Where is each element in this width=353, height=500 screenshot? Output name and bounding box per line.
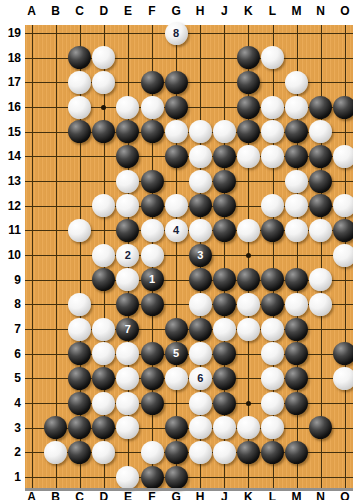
go-stone-white-D6 (92, 342, 115, 365)
go-stone-black-F1 (141, 466, 164, 489)
column-label-bottom-N: N (309, 490, 333, 500)
go-stone-white-E9 (116, 268, 139, 291)
go-stone-black-N14 (309, 145, 332, 168)
column-label-bottom-C: C (68, 490, 92, 500)
go-stone-white-L7 (261, 318, 284, 341)
go-stone-white-L15 (261, 120, 284, 143)
go-stone-white-E10: 2 (116, 244, 139, 267)
go-stone-white-D2 (92, 441, 115, 464)
go-stone-black-M5 (285, 367, 308, 390)
go-stone-black-N3 (309, 416, 332, 439)
go-stone-white-L18 (261, 46, 284, 69)
go-stone-black-D5 (92, 367, 115, 390)
column-label-top-J: J (212, 4, 236, 18)
go-stone-black-C4 (68, 392, 91, 415)
go-stone-white-E16 (116, 96, 139, 119)
go-stone-white-E3 (116, 416, 139, 439)
go-stone-white-N9 (309, 268, 332, 291)
grid-line-horizontal-1 (25, 477, 353, 478)
move-number-1: 1 (149, 274, 155, 285)
go-stone-white-C16 (68, 96, 91, 119)
column-label-top-M: M (285, 4, 309, 18)
column-label-bottom-M: M (285, 490, 309, 500)
go-stone-black-J4 (213, 392, 236, 415)
go-board-surface[interactable]: 84231756 (25, 25, 353, 488)
move-number-7: 7 (125, 324, 131, 335)
row-label-2: 2 (0, 445, 21, 459)
go-stone-white-M13 (285, 170, 308, 193)
row-label-14: 14 (0, 149, 21, 163)
row-label-12: 12 (0, 199, 21, 213)
go-stone-black-O11 (333, 219, 353, 242)
go-stone-black-N16 (309, 96, 332, 119)
go-stone-white-B2 (44, 441, 67, 464)
go-stone-black-F6 (141, 342, 164, 365)
column-label-bottom-B: B (44, 490, 68, 500)
go-stone-black-E15 (116, 120, 139, 143)
go-stone-black-F5 (141, 367, 164, 390)
go-stone-white-H6 (189, 342, 212, 365)
go-stone-black-J12 (213, 194, 236, 217)
go-stone-white-C7 (68, 318, 91, 341)
row-label-3: 3 (0, 421, 21, 435)
go-stone-white-H13 (189, 170, 212, 193)
go-stone-black-O6 (333, 342, 353, 365)
go-stone-black-H7 (189, 318, 212, 341)
go-stone-black-G14 (165, 145, 188, 168)
go-stone-black-D3 (92, 416, 115, 439)
row-label-4: 4 (0, 396, 21, 410)
go-stone-black-C6 (68, 342, 91, 365)
column-label-bottom-K: K (236, 490, 260, 500)
column-label-top-H: H (188, 4, 212, 18)
go-stone-white-H2 (189, 441, 212, 464)
move-number-2: 2 (125, 250, 131, 261)
go-stone-black-B3 (44, 416, 67, 439)
go-stone-black-G6: 5 (165, 342, 188, 365)
go-stone-white-D17 (92, 71, 115, 94)
go-stone-white-H8 (189, 293, 212, 316)
go-stone-black-K17 (237, 71, 260, 94)
star-point-K10 (246, 253, 251, 258)
go-stone-black-K15 (237, 120, 260, 143)
go-stone-black-M6 (285, 342, 308, 365)
go-stone-white-L3 (261, 416, 284, 439)
go-stone-white-E6 (116, 342, 139, 365)
go-stone-white-H15 (189, 120, 212, 143)
go-stone-black-C3 (68, 416, 91, 439)
go-stone-black-F9: 1 (141, 268, 164, 291)
row-label-7: 7 (0, 322, 21, 336)
column-label-top-L: L (261, 4, 285, 18)
go-stone-white-K8 (237, 293, 260, 316)
row-label-9: 9 (0, 273, 21, 287)
go-stone-white-F10 (141, 244, 164, 267)
go-stone-white-C8 (68, 293, 91, 316)
go-stone-white-J7 (213, 318, 236, 341)
go-stone-white-G15 (165, 120, 188, 143)
go-stone-black-F4 (141, 392, 164, 415)
go-stone-black-F13 (141, 170, 164, 193)
go-stone-white-E1 (116, 466, 139, 489)
go-stone-white-L4 (261, 392, 284, 415)
column-label-top-D: D (92, 4, 116, 18)
go-stone-white-M16 (285, 96, 308, 119)
go-stone-black-G7 (165, 318, 188, 341)
go-stone-black-G2 (165, 441, 188, 464)
row-label-16: 16 (0, 100, 21, 114)
column-label-top-N: N (309, 4, 333, 18)
go-stone-black-L9 (261, 268, 284, 291)
go-stone-white-N8 (309, 293, 332, 316)
go-stone-black-C15 (68, 120, 91, 143)
row-label-8: 8 (0, 297, 21, 311)
column-label-bottom-J: J (212, 490, 236, 500)
column-label-bottom-H: H (188, 490, 212, 500)
go-stone-white-L5 (261, 367, 284, 390)
row-label-11: 11 (0, 223, 21, 237)
go-stone-white-K11 (237, 219, 260, 242)
go-stone-black-G17 (165, 71, 188, 94)
go-stone-black-G1 (165, 466, 188, 489)
go-stone-white-J15 (213, 120, 236, 143)
go-stone-black-J9 (213, 268, 236, 291)
move-number-6: 6 (197, 373, 203, 384)
go-stone-white-E13 (116, 170, 139, 193)
go-stone-white-H14 (189, 145, 212, 168)
go-stone-white-D4 (92, 392, 115, 415)
column-label-top-F: F (140, 4, 164, 18)
row-label-15: 15 (0, 125, 21, 139)
grid-line-vertical-M (297, 25, 298, 488)
go-stone-black-L8 (261, 293, 284, 316)
go-stone-black-M7 (285, 318, 308, 341)
go-stone-white-H3 (189, 416, 212, 439)
go-stone-white-K14 (237, 145, 260, 168)
go-stone-black-K16 (237, 96, 260, 119)
go-stone-white-F16 (141, 96, 164, 119)
column-label-bottom-E: E (116, 490, 140, 500)
go-stone-black-M15 (285, 120, 308, 143)
column-label-top-C: C (68, 4, 92, 18)
go-stone-black-E14 (116, 145, 139, 168)
row-label-19: 19 (0, 26, 21, 40)
go-stone-black-M9 (285, 268, 308, 291)
go-stone-black-C2 (68, 441, 91, 464)
go-stone-black-J11 (213, 219, 236, 242)
go-stone-black-C5 (68, 367, 91, 390)
go-stone-white-M17 (285, 71, 308, 94)
column-label-bottom-L: L (261, 490, 285, 500)
grid-line-vertical-A (32, 25, 33, 488)
go-stone-white-G19: 8 (165, 22, 188, 45)
column-label-top-K: K (236, 4, 260, 18)
go-stone-black-J14 (213, 145, 236, 168)
go-stone-black-M4 (285, 392, 308, 415)
go-stone-black-H9 (189, 268, 212, 291)
go-stone-white-F11 (141, 219, 164, 242)
go-stone-white-H4 (189, 392, 212, 415)
column-label-top-E: E (116, 4, 140, 18)
go-stone-white-O5 (333, 367, 353, 390)
go-stone-black-D15 (92, 120, 115, 143)
go-stone-black-J6 (213, 342, 236, 365)
go-stone-black-G3 (165, 416, 188, 439)
column-label-top-G: G (164, 4, 188, 18)
go-stone-white-L16 (261, 96, 284, 119)
go-stone-white-G5 (165, 367, 188, 390)
move-number-5: 5 (173, 348, 179, 359)
go-stone-black-C18 (68, 46, 91, 69)
row-label-17: 17 (0, 75, 21, 89)
star-point-D16 (101, 105, 106, 110)
column-label-bottom-D: D (92, 490, 116, 500)
row-label-1: 1 (0, 470, 21, 484)
row-label-5: 5 (0, 371, 21, 385)
row-label-18: 18 (0, 51, 21, 65)
go-kifu-screen: 84231756 AABBCCDDEEFFGGHHJJKKLLMMNNOO191… (0, 0, 353, 500)
column-label-bottom-F: F (140, 490, 164, 500)
go-stone-white-M11 (285, 219, 308, 242)
go-stone-black-J5 (213, 367, 236, 390)
go-stone-white-O12 (333, 194, 353, 217)
go-stone-white-E12 (116, 194, 139, 217)
go-stone-black-O16 (333, 96, 353, 119)
star-point-K4 (246, 401, 251, 406)
column-label-top-A: A (20, 4, 44, 18)
go-stone-white-K7 (237, 318, 260, 341)
go-stone-white-L14 (261, 145, 284, 168)
go-stone-black-K9 (237, 268, 260, 291)
go-stone-white-G12 (165, 194, 188, 217)
column-label-bottom-A: A (20, 490, 44, 500)
go-stone-black-F8 (141, 293, 164, 316)
go-stone-black-L11 (261, 219, 284, 242)
go-stone-white-O14 (333, 145, 353, 168)
go-stone-black-K18 (237, 46, 260, 69)
go-stone-white-D12 (92, 194, 115, 217)
go-stone-black-N13 (309, 170, 332, 193)
go-stone-white-E5 (116, 367, 139, 390)
row-label-10: 10 (0, 248, 21, 262)
go-stone-black-M14 (285, 145, 308, 168)
go-stone-black-D9 (92, 268, 115, 291)
go-stone-white-D18 (92, 46, 115, 69)
go-stone-black-N12 (309, 194, 332, 217)
go-stone-black-K2 (237, 441, 260, 464)
go-stone-black-G16 (165, 96, 188, 119)
column-label-top-B: B (44, 4, 68, 18)
go-stone-white-H5: 6 (189, 367, 212, 390)
go-stone-black-F15 (141, 120, 164, 143)
go-stone-white-D7 (92, 318, 115, 341)
go-stone-black-E7: 7 (116, 318, 139, 341)
column-label-bottom-O: O (333, 490, 353, 500)
go-stone-white-C17 (68, 71, 91, 94)
go-stone-white-L6 (261, 342, 284, 365)
go-stone-black-H10: 3 (189, 244, 212, 267)
go-stone-white-J2 (213, 441, 236, 464)
go-stone-black-J8 (213, 293, 236, 316)
go-stone-white-N11 (309, 219, 332, 242)
move-number-8: 8 (173, 28, 179, 39)
go-stone-white-D10 (92, 244, 115, 267)
go-stone-white-H11 (189, 219, 212, 242)
go-stone-black-E11 (116, 219, 139, 242)
go-stone-white-O10 (333, 244, 353, 267)
go-stone-white-K3 (237, 416, 260, 439)
move-number-3: 3 (197, 250, 203, 261)
go-stone-black-M2 (285, 441, 308, 464)
go-stone-white-N15 (309, 120, 332, 143)
go-stone-black-E8 (116, 293, 139, 316)
row-label-6: 6 (0, 347, 21, 361)
go-stone-white-G11: 4 (165, 219, 188, 242)
go-stone-black-H12 (189, 194, 212, 217)
go-stone-black-L2 (261, 441, 284, 464)
go-stone-white-M8 (285, 293, 308, 316)
go-stone-white-E4 (116, 392, 139, 415)
go-stone-white-M12 (285, 194, 308, 217)
go-stone-black-F12 (141, 194, 164, 217)
column-label-bottom-G: G (164, 490, 188, 500)
go-stone-white-F2 (141, 441, 164, 464)
move-number-4: 4 (173, 225, 179, 236)
go-stone-white-J3 (213, 416, 236, 439)
go-stone-black-J13 (213, 170, 236, 193)
go-stone-white-L12 (261, 194, 284, 217)
row-label-13: 13 (0, 174, 21, 188)
go-stone-black-F17 (141, 71, 164, 94)
grid-line-horizontal-19 (25, 33, 353, 34)
column-label-top-O: O (333, 4, 353, 18)
go-stone-white-C11 (68, 219, 91, 242)
